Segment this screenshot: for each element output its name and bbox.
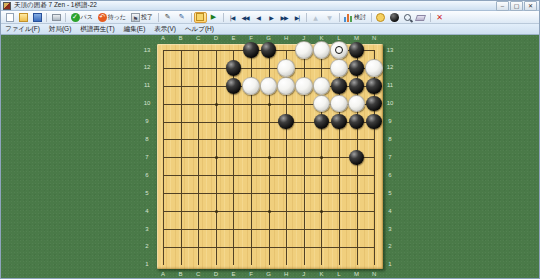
- yellow-stone-button[interactable]: [374, 12, 388, 23]
- save-button[interactable]: [30, 12, 44, 23]
- intersection-C12[interactable]: [189, 59, 207, 77]
- intersection-M3[interactable]: [348, 220, 366, 238]
- undo-move-label: 待った: [108, 13, 126, 22]
- nav-fast-back-icon: ◀◀: [241, 13, 249, 22]
- coord-top-F: F: [246, 35, 256, 42]
- intersection-G13[interactable]: [260, 41, 278, 59]
- board-wood: [157, 44, 383, 269]
- intersection-J9[interactable]: [295, 113, 313, 131]
- intersection-B9[interactable]: [172, 113, 190, 131]
- app-icon: [3, 2, 11, 10]
- coord-top-E: E: [228, 35, 238, 42]
- intersection-N12[interactable]: [365, 59, 383, 77]
- window-title: 天頂の囲碁 7 Zen - 1棋譜-22: [14, 1, 495, 10]
- coord-right-10: 10: [385, 100, 395, 107]
- coord-right-7: 7: [385, 154, 395, 161]
- intersection-F4[interactable]: [242, 202, 260, 220]
- intersection-H13[interactable]: [277, 41, 295, 59]
- intersection-D5[interactable]: [207, 184, 225, 202]
- intersection-E6[interactable]: [225, 166, 243, 184]
- save-icon: [33, 13, 42, 22]
- intersection-C11[interactable]: [189, 77, 207, 95]
- intersection-H5[interactable]: [277, 184, 295, 202]
- intersection-C7[interactable]: [189, 148, 207, 166]
- intersection-A2[interactable]: [154, 238, 172, 256]
- intersection-D4[interactable]: [207, 202, 225, 220]
- intersection-K3[interactable]: [313, 220, 331, 238]
- nav-first-icon: |◀: [228, 13, 236, 22]
- black-stone-F13: [243, 42, 259, 58]
- coord-bottom-K: K: [316, 271, 326, 278]
- pen-icon: ✎: [163, 13, 172, 22]
- intersection-G11[interactable]: [260, 77, 278, 95]
- intersection-H10[interactable]: [277, 95, 295, 113]
- intersection-G10[interactable]: [260, 95, 278, 113]
- brush-button[interactable]: ✎: [175, 12, 189, 23]
- black-stone-N10: [366, 96, 382, 112]
- intersection-F9[interactable]: [242, 113, 260, 131]
- intersection-A11[interactable]: [154, 77, 172, 95]
- menu-item[interactable]: 棋譜再生(T): [80, 25, 114, 34]
- intersection-D13[interactable]: [207, 41, 225, 59]
- intersection-H6[interactable]: [277, 166, 295, 184]
- nav-last-icon: ▶|: [293, 13, 301, 22]
- coord-bottom-G: G: [264, 271, 274, 278]
- intersection-G3[interactable]: [260, 220, 278, 238]
- menu-item[interactable]: 対局(G): [49, 25, 71, 34]
- coord-right-6: 6: [385, 172, 395, 179]
- black-stone-N11: [366, 78, 382, 94]
- print-button[interactable]: [49, 12, 63, 23]
- resign-label: 投了: [141, 13, 153, 22]
- intersection-F2[interactable]: [242, 238, 260, 256]
- intersection-M8[interactable]: [348, 131, 366, 149]
- coord-bottom-D: D: [211, 271, 221, 278]
- intersection-J4[interactable]: [295, 202, 313, 220]
- intersection-M13[interactable]: [348, 41, 366, 59]
- intersection-B13[interactable]: [172, 41, 190, 59]
- intersection-G8[interactable]: [260, 131, 278, 149]
- board-tool-icon: [196, 13, 204, 21]
- up-disabled-icon: ▲: [311, 13, 320, 22]
- new-file-button[interactable]: [3, 12, 16, 23]
- intersection-D12[interactable]: [207, 59, 225, 77]
- white-stone-H11: [277, 77, 295, 95]
- nav-back-icon: ◀: [254, 13, 262, 22]
- intersection-J6[interactable]: [295, 166, 313, 184]
- open-folder-icon: [19, 13, 28, 22]
- intersection-D3[interactable]: [207, 220, 225, 238]
- black-stone-M7: [349, 150, 365, 166]
- coord-top-J: J: [299, 35, 309, 42]
- intersection-L7[interactable]: [330, 148, 348, 166]
- intersection-J2[interactable]: [295, 238, 313, 256]
- intersection-G2[interactable]: [260, 238, 278, 256]
- intersection-F12[interactable]: [242, 59, 260, 77]
- intersection-F13[interactable]: [242, 41, 260, 59]
- coord-left-11: 11: [142, 82, 152, 89]
- intersection-F6[interactable]: [242, 166, 260, 184]
- intersection-J13[interactable]: [295, 41, 313, 59]
- intersection-K12[interactable]: [313, 59, 331, 77]
- yellow-stone-icon: [376, 13, 385, 22]
- intersection-C10[interactable]: [189, 95, 207, 113]
- intersection-N13[interactable]: [365, 41, 383, 59]
- white-stone-N12: [365, 59, 383, 77]
- nav-first-button[interactable]: |◀: [226, 12, 239, 23]
- play-button[interactable]: ▶: [207, 12, 221, 23]
- intersection-H11[interactable]: [277, 77, 295, 95]
- coord-left-4: 4: [142, 208, 152, 215]
- coord-bottom-N: N: [369, 271, 379, 278]
- intersection-M11[interactable]: [348, 77, 366, 95]
- intersection-F10[interactable]: [242, 95, 260, 113]
- intersection-B5[interactable]: [172, 184, 190, 202]
- menu-item[interactable]: ヘルプ(H): [185, 25, 214, 34]
- white-stone-F11: [242, 77, 260, 95]
- intersection-H12[interactable]: [277, 59, 295, 77]
- intersection-J12[interactable]: [295, 59, 313, 77]
- intersection-G6[interactable]: [260, 166, 278, 184]
- white-stone-G11: [260, 77, 278, 95]
- intersection-E11[interactable]: [225, 77, 243, 95]
- intersection-A6[interactable]: [154, 166, 172, 184]
- intersection-K11[interactable]: [313, 77, 331, 95]
- intersection-L2[interactable]: [330, 238, 348, 256]
- nav-back-button[interactable]: ◀: [252, 12, 265, 23]
- pen-button[interactable]: ✎: [161, 12, 175, 23]
- intersection-L8[interactable]: [330, 131, 348, 149]
- intersection-H2[interactable]: [277, 238, 295, 256]
- intersection-N2[interactable]: [365, 238, 383, 256]
- intersection-A3[interactable]: [154, 220, 172, 238]
- intersection-L5[interactable]: [330, 184, 348, 202]
- app-window: 天頂の囲碁 7 Zen - 1棋譜-22 – ▢ ✕ ✓パス↶待った⚑投了✎✎▶…: [0, 0, 540, 279]
- intersection-E8[interactable]: [225, 131, 243, 149]
- nav-forward-button[interactable]: ▶: [265, 12, 278, 23]
- intersection-K2[interactable]: [313, 238, 331, 256]
- intersection-K10[interactable]: [313, 95, 331, 113]
- intersection-H7[interactable]: [277, 148, 295, 166]
- open-folder-button[interactable]: [16, 12, 30, 23]
- intersection-K8[interactable]: [313, 131, 331, 149]
- menu-item[interactable]: ファイル(F): [5, 25, 40, 34]
- intersection-M6[interactable]: [348, 166, 366, 184]
- intersection-L9[interactable]: [330, 113, 348, 131]
- coord-left-6: 6: [142, 172, 152, 179]
- menu-item[interactable]: 編集(E): [124, 25, 146, 34]
- black-stone-N9: [366, 114, 382, 130]
- intersection-D9[interactable]: [207, 113, 225, 131]
- intersection-C6[interactable]: [189, 166, 207, 184]
- intersection-B7[interactable]: [172, 148, 190, 166]
- black-stone-E12: [226, 60, 242, 76]
- coord-left-8: 8: [142, 136, 152, 143]
- intersection-A9[interactable]: [154, 113, 172, 131]
- intersection-K6[interactable]: [313, 166, 331, 184]
- coord-right-1: 1: [385, 261, 395, 268]
- intersection-C2[interactable]: [189, 238, 207, 256]
- intersection-A12[interactable]: [154, 59, 172, 77]
- intersection-K9[interactable]: [313, 113, 331, 131]
- intersection-M9[interactable]: [348, 113, 366, 131]
- black-stone-M13: [349, 42, 365, 58]
- intersection-L6[interactable]: [330, 166, 348, 184]
- intersection-C13[interactable]: [189, 41, 207, 59]
- intersection-E13[interactable]: [225, 41, 243, 59]
- coord-right-5: 5: [385, 190, 395, 197]
- pass-label: パス: [81, 13, 93, 22]
- intersection-B4[interactable]: [172, 202, 190, 220]
- down-disabled-icon: ▼: [325, 13, 334, 22]
- intersection-G9[interactable]: [260, 113, 278, 131]
- go-board: AABBCCDDEEFFGGHHJJKKLLMMNN13131212111110…: [141, 34, 401, 279]
- intersection-H9[interactable]: [277, 113, 295, 131]
- coord-top-K: K: [316, 35, 326, 42]
- intersection-J7[interactable]: [295, 148, 313, 166]
- intersection-K4[interactable]: [313, 202, 331, 220]
- play-area: AABBCCDDEEFFGGHHJJKKLLMMNN13131212111110…: [1, 35, 540, 279]
- intersection-J11[interactable]: [295, 77, 313, 95]
- pass-button[interactable]: ✓パス: [68, 12, 95, 23]
- white-stone-L13: [330, 41, 348, 59]
- nav-fast-back-button[interactable]: ◀◀: [239, 12, 252, 23]
- coord-left-13: 13: [142, 47, 152, 54]
- intersection-M10[interactable]: [348, 95, 366, 113]
- intersection-N11[interactable]: [365, 77, 383, 95]
- stop-button[interactable]: ✕: [433, 12, 447, 23]
- black-stone-button[interactable]: [388, 12, 402, 23]
- intersection-M12[interactable]: [348, 59, 366, 77]
- undo-move-icon: ↶: [98, 13, 107, 22]
- intersection-F5[interactable]: [242, 184, 260, 202]
- intersection-E4[interactable]: [225, 202, 243, 220]
- intersection-D2[interactable]: [207, 238, 225, 256]
- intersection-L10[interactable]: [330, 95, 348, 113]
- toolbar-separator: [306, 13, 307, 22]
- intersection-F3[interactable]: [242, 220, 260, 238]
- white-stone-L10: [330, 95, 348, 113]
- intersection-N10[interactable]: [365, 95, 383, 113]
- intersection-N6[interactable]: [365, 166, 383, 184]
- white-stone-K10: [313, 95, 331, 113]
- board-tool-button[interactable]: [194, 12, 207, 23]
- coord-right-2: 2: [385, 243, 395, 250]
- coord-bottom-H: H: [281, 271, 291, 278]
- intersection-M5[interactable]: [348, 184, 366, 202]
- intersection-E12[interactable]: [225, 59, 243, 77]
- intersection-G5[interactable]: [260, 184, 278, 202]
- white-stone-K11: [313, 77, 331, 95]
- intersection-L12[interactable]: [330, 59, 348, 77]
- coord-right-3: 3: [385, 226, 395, 233]
- black-stone-M12: [349, 60, 365, 76]
- white-stone-L12: [330, 59, 348, 77]
- nav-forward-icon: ▶: [267, 13, 275, 22]
- black-stone-H9: [278, 114, 294, 130]
- black-stone-M9: [349, 114, 365, 130]
- coord-left-7: 7: [142, 154, 152, 161]
- coord-top-H: H: [281, 35, 291, 42]
- coord-top-D: D: [211, 35, 221, 42]
- coord-left-12: 12: [142, 64, 152, 71]
- coord-right-13: 13: [385, 47, 395, 54]
- intersection-E9[interactable]: [225, 113, 243, 131]
- intersection-D7[interactable]: [207, 148, 225, 166]
- coord-top-A: A: [158, 35, 168, 42]
- coord-top-N: N: [369, 35, 379, 42]
- toolbar-separator: [46, 13, 47, 22]
- intersection-K7[interactable]: [313, 148, 331, 166]
- intersection-H4[interactable]: [277, 202, 295, 220]
- close-button[interactable]: ✕: [524, 1, 537, 11]
- toolbar-separator: [191, 13, 192, 22]
- intersection-F7[interactable]: [242, 148, 260, 166]
- coord-top-C: C: [193, 35, 203, 42]
- black-stone-K9: [314, 114, 330, 130]
- nav-last-button[interactable]: ▶|: [291, 12, 304, 23]
- intersection-H8[interactable]: [277, 131, 295, 149]
- intersection-G7[interactable]: [260, 148, 278, 166]
- coord-right-9: 9: [385, 118, 395, 125]
- intersection-N9[interactable]: [365, 113, 383, 131]
- down-disabled-button[interactable]: ▼: [323, 12, 337, 23]
- coord-bottom-A: A: [158, 271, 168, 278]
- intersection-L4[interactable]: [330, 202, 348, 220]
- intersection-A4[interactable]: [154, 202, 172, 220]
- toolbar-separator: [430, 13, 431, 22]
- intersection-B11[interactable]: [172, 77, 190, 95]
- intersection-C5[interactable]: [189, 184, 207, 202]
- coord-bottom-B: B: [176, 271, 186, 278]
- white-stone-J13: [295, 41, 313, 59]
- intersection-G12[interactable]: [260, 59, 278, 77]
- black-stone-icon: [390, 13, 399, 22]
- undo-move-button[interactable]: ↶待った: [95, 12, 128, 23]
- intersection-B8[interactable]: [172, 131, 190, 149]
- intersection-N3[interactable]: [365, 220, 383, 238]
- magnifier-icon: [404, 14, 411, 21]
- coord-left-5: 5: [142, 190, 152, 197]
- intersection-N5[interactable]: [365, 184, 383, 202]
- black-stone-L11: [331, 78, 347, 94]
- intersection-K13[interactable]: [313, 41, 331, 59]
- intersection-E2[interactable]: [225, 238, 243, 256]
- intersection-C4[interactable]: [189, 202, 207, 220]
- intersection-L3[interactable]: [330, 220, 348, 238]
- intersection-N7[interactable]: [365, 148, 383, 166]
- toolbar-separator: [371, 13, 372, 22]
- up-disabled-button[interactable]: ▲: [309, 12, 323, 23]
- intersection-A10[interactable]: [154, 95, 172, 113]
- resign-icon: ⚑: [131, 13, 140, 22]
- intersection-B3[interactable]: [172, 220, 190, 238]
- intersection-E10[interactable]: [225, 95, 243, 113]
- coord-bottom-F: F: [246, 271, 256, 278]
- intersection-M7[interactable]: [348, 148, 366, 166]
- coord-bottom-C: C: [193, 271, 203, 278]
- intersection-H3[interactable]: [277, 220, 295, 238]
- intersection-E3[interactable]: [225, 220, 243, 238]
- coord-left-1: 1: [142, 261, 152, 268]
- intersection-B2[interactable]: [172, 238, 190, 256]
- intersection-A5[interactable]: [154, 184, 172, 202]
- minimize-button[interactable]: –: [496, 1, 509, 11]
- intersection-F8[interactable]: [242, 131, 260, 149]
- intersection-C9[interactable]: [189, 113, 207, 131]
- intersection-C3[interactable]: [189, 220, 207, 238]
- intersection-M4[interactable]: [348, 202, 366, 220]
- intersection-L11[interactable]: [330, 77, 348, 95]
- coord-right-8: 8: [385, 136, 395, 143]
- intersection-J3[interactable]: [295, 220, 313, 238]
- white-stone-K13: [313, 41, 331, 59]
- intersection-A8[interactable]: [154, 131, 172, 149]
- intersection-J10[interactable]: [295, 95, 313, 113]
- intersection-J5[interactable]: [295, 184, 313, 202]
- nav-fast-forward-button[interactable]: ▶▶: [278, 12, 291, 23]
- intersection-C8[interactable]: [189, 131, 207, 149]
- intersection-N4[interactable]: [365, 202, 383, 220]
- intersection-G4[interactable]: [260, 202, 278, 220]
- menu-item[interactable]: 表示(V): [154, 25, 176, 34]
- intersection-F11[interactable]: [242, 77, 260, 95]
- intersection-M2[interactable]: [348, 238, 366, 256]
- eraser-button[interactable]: [414, 12, 428, 23]
- toolbar: ✓パス↶待った⚑投了✎✎▶|◀◀◀◀▶▶▶▶|▲▼検討✕: [1, 11, 539, 24]
- intersection-B10[interactable]: [172, 95, 190, 113]
- intersection-D11[interactable]: [207, 77, 225, 95]
- intersection-B6[interactable]: [172, 166, 190, 184]
- coord-left-2: 2: [142, 243, 152, 250]
- new-file-icon: [6, 13, 14, 22]
- magnifier-button[interactable]: [402, 12, 414, 23]
- intersection-E5[interactable]: [225, 184, 243, 202]
- resign-button[interactable]: ⚑投了: [129, 12, 156, 23]
- intersection-B12[interactable]: [172, 59, 190, 77]
- coord-top-G: G: [264, 35, 274, 42]
- toolbar-separator: [223, 13, 224, 22]
- intersection-A13[interactable]: [154, 41, 172, 59]
- coord-top-B: B: [176, 35, 186, 42]
- toolbar-separator: [339, 13, 340, 22]
- coord-left-10: 10: [142, 100, 152, 107]
- intersection-D6[interactable]: [207, 166, 225, 184]
- coord-bottom-J: J: [299, 271, 309, 278]
- intersection-D8[interactable]: [207, 131, 225, 149]
- intersection-J8[interactable]: [295, 131, 313, 149]
- eraser-icon: [415, 15, 426, 21]
- title-bar[interactable]: 天頂の囲碁 7 Zen - 1棋譜-22 – ▢ ✕: [1, 1, 539, 11]
- coord-right-11: 11: [385, 82, 395, 89]
- intersection-E7[interactable]: [225, 148, 243, 166]
- board-stones-grid: [154, 41, 383, 274]
- coord-left-9: 9: [142, 118, 152, 125]
- intersection-K5[interactable]: [313, 184, 331, 202]
- intersection-D10[interactable]: [207, 95, 225, 113]
- stop-icon: ✕: [435, 13, 444, 22]
- brush-icon: ✎: [177, 13, 186, 22]
- analyze-icon: [344, 13, 353, 22]
- play-icon: ▶: [209, 13, 218, 22]
- intersection-A7[interactable]: [154, 148, 172, 166]
- maximize-button[interactable]: ▢: [510, 1, 523, 11]
- analyze-button[interactable]: 検討: [342, 12, 369, 23]
- toolbar-separator: [65, 13, 66, 22]
- intersection-N8[interactable]: [365, 131, 383, 149]
- coord-left-3: 3: [142, 226, 152, 233]
- intersection-L13[interactable]: [330, 41, 348, 59]
